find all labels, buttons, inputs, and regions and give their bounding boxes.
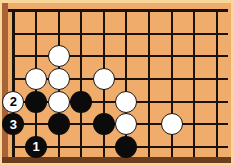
intersection-r6-c1[interactable]: 3: [2, 113, 25, 136]
intersection-r2-c8[interactable]: [160, 22, 183, 45]
frame-right-highlight: [231, 0, 234, 165]
white-stone: [115, 113, 137, 135]
intersection-r3-c5[interactable]: [93, 45, 116, 68]
intersection-r6-c2[interactable]: [25, 113, 48, 136]
white-stone: [93, 68, 115, 90]
intersection-r2-c9[interactable]: [183, 22, 206, 45]
intersection-r4-c3[interactable]: [47, 68, 70, 91]
intersection-r6-c5[interactable]: [93, 113, 116, 136]
intersection-r7-c4[interactable]: [70, 136, 93, 159]
intersection-r7-c9[interactable]: [183, 136, 206, 159]
intersection-r1-c8[interactable]: [160, 0, 183, 22]
black-stone: [25, 91, 47, 113]
go-board: 231: [2, 0, 228, 158]
frame-left-shadow: [2, 3, 8, 163]
black-stone: [70, 91, 92, 113]
intersection-r2-c5[interactable]: [93, 22, 116, 45]
intersection-r1-c7[interactable]: [138, 0, 161, 22]
intersection-r5-c3[interactable]: [47, 90, 70, 113]
intersection-r3-c6[interactable]: [115, 45, 138, 68]
white-stone: [115, 91, 137, 113]
intersection-r5-c4[interactable]: [70, 90, 93, 113]
intersection-r1-c9[interactable]: [183, 0, 206, 22]
white-stone-move-2: 2: [2, 91, 24, 113]
intersection-r6-c4[interactable]: [70, 113, 93, 136]
intersection-r2-c6[interactable]: [115, 22, 138, 45]
intersection-r7-c3[interactable]: [47, 136, 70, 159]
intersection-r5-c1[interactable]: 2: [2, 90, 25, 113]
go-diagram: 231: [0, 0, 234, 165]
intersection-r5-c8[interactable]: [160, 90, 183, 113]
intersection-r7-c10[interactable]: [206, 136, 229, 159]
intersection-r1-c3[interactable]: [47, 0, 70, 22]
intersection-r1-c10[interactable]: [206, 0, 229, 22]
white-stone: [48, 68, 70, 90]
intersection-r1-c5[interactable]: [93, 0, 116, 22]
black-stone-move-3: 3: [2, 113, 24, 135]
intersection-r3-c4[interactable]: [70, 45, 93, 68]
black-stone: [115, 136, 137, 158]
white-stone: [48, 45, 70, 67]
intersection-r4-c7[interactable]: [138, 68, 161, 91]
intersection-r4-c9[interactable]: [183, 68, 206, 91]
intersection-r4-c4[interactable]: [70, 68, 93, 91]
intersection-r3-c10[interactable]: [206, 45, 229, 68]
intersection-r6-c10[interactable]: [206, 113, 229, 136]
intersection-r7-c6[interactable]: [115, 136, 138, 159]
black-stone-move-1: 1: [25, 136, 47, 158]
intersection-r6-c6[interactable]: [115, 113, 138, 136]
intersection-r7-c2[interactable]: 1: [25, 136, 48, 159]
intersection-r3-c2[interactable]: [25, 45, 48, 68]
intersection-r2-c4[interactable]: [70, 22, 93, 45]
black-stone: [93, 113, 115, 135]
intersection-r7-c5[interactable]: [93, 136, 116, 159]
black-stone: [48, 113, 70, 135]
intersection-r4-c10[interactable]: [206, 68, 229, 91]
intersection-r6-c8[interactable]: [160, 113, 183, 136]
intersection-r6-c3[interactable]: [47, 113, 70, 136]
intersection-r5-c6[interactable]: [115, 90, 138, 113]
intersection-r2-c2[interactable]: [25, 22, 48, 45]
white-stone: [25, 68, 47, 90]
intersection-r6-c9[interactable]: [183, 113, 206, 136]
intersection-r5-c2[interactable]: [25, 90, 48, 113]
intersection-r4-c5[interactable]: [93, 68, 116, 91]
frame-top-highlight: [0, 0, 234, 3]
intersection-r1-c4[interactable]: [70, 0, 93, 22]
intersection-r1-c6[interactable]: [115, 0, 138, 22]
intersection-r1-c2[interactable]: [25, 0, 48, 22]
intersection-r2-c10[interactable]: [206, 22, 229, 45]
intersection-r3-c9[interactable]: [183, 45, 206, 68]
intersection-r6-c7[interactable]: [138, 113, 161, 136]
intersection-r4-c8[interactable]: [160, 68, 183, 91]
intersection-r2-c3[interactable]: [47, 22, 70, 45]
white-stone: [161, 113, 183, 135]
intersection-r4-c6[interactable]: [115, 68, 138, 91]
intersection-r3-c3[interactable]: [47, 45, 70, 68]
intersection-r5-c9[interactable]: [183, 90, 206, 113]
intersection-r5-c7[interactable]: [138, 90, 161, 113]
intersection-r5-c10[interactable]: [206, 90, 229, 113]
intersection-r3-c8[interactable]: [160, 45, 183, 68]
intersection-r7-c7[interactable]: [138, 136, 161, 159]
intersection-r2-c7[interactable]: [138, 22, 161, 45]
intersection-r3-c7[interactable]: [138, 45, 161, 68]
frame-bottom-highlight: [0, 163, 231, 165]
intersection-r4-c2[interactable]: [25, 68, 48, 91]
intersection-r7-c8[interactable]: [160, 136, 183, 159]
white-stone: [48, 91, 70, 113]
intersection-r5-c5[interactable]: [93, 90, 116, 113]
